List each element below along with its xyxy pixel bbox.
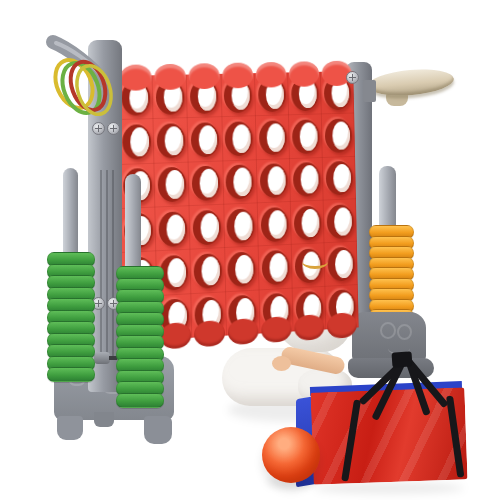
board-cell	[155, 206, 190, 252]
post-grooves	[96, 170, 114, 360]
emboss-circle	[380, 322, 396, 339]
board-cell	[256, 159, 290, 204]
empty-slot	[261, 250, 289, 286]
fold-hinge	[94, 352, 110, 364]
empty-slot	[325, 118, 353, 153]
board-scallop	[194, 320, 225, 348]
empty-slot	[292, 119, 320, 154]
empty-slot	[259, 163, 287, 198]
emboss-circle	[397, 324, 412, 340]
carry-bag	[288, 344, 484, 496]
product-photo-scene	[0, 0, 500, 500]
board-cell	[290, 158, 324, 202]
board-scallop	[159, 322, 191, 350]
empty-slot	[325, 161, 353, 196]
empty-slot	[194, 253, 223, 289]
board-scallop	[119, 64, 151, 91]
board-cell	[223, 160, 257, 205]
green-ring-stack-left	[47, 252, 95, 382]
board-cell	[258, 245, 292, 290]
empty-slot	[226, 165, 254, 200]
board-cell	[323, 157, 356, 201]
empty-slot	[157, 123, 186, 159]
board-cell	[291, 201, 325, 246]
board-cell	[190, 205, 225, 250]
empty-slot	[260, 207, 288, 242]
board-cell	[323, 199, 356, 243]
hoop-bracket	[363, 80, 376, 102]
board-cell	[154, 118, 189, 163]
empty-slot	[293, 162, 321, 197]
empty-slot	[191, 122, 220, 157]
stacked-ring	[116, 393, 164, 408]
board-cell	[322, 114, 355, 158]
stacked-ring	[47, 367, 95, 382]
empty-slot	[122, 124, 151, 160]
board-cell	[257, 202, 291, 247]
empty-slot	[225, 121, 253, 156]
empty-slot	[258, 120, 286, 155]
green-ring-stack-right	[116, 266, 164, 408]
board-cell	[189, 161, 224, 206]
empty-slot	[159, 211, 188, 247]
board-cell	[155, 162, 190, 207]
necklace	[302, 254, 328, 269]
empty-slot	[228, 251, 256, 287]
empty-slot	[293, 205, 321, 240]
base-center-tab	[94, 412, 114, 427]
board-scallop	[228, 318, 259, 345]
ring-toss-hook	[38, 28, 122, 128]
screw-icon	[346, 71, 359, 84]
board-cell	[224, 203, 258, 248]
empty-slot	[192, 166, 221, 202]
board-cell	[222, 117, 257, 162]
empty-slot	[193, 209, 222, 245]
basketball-hoop	[367, 66, 455, 98]
board-cell	[191, 248, 226, 293]
bag-strap-handle	[392, 351, 413, 367]
board-cell	[188, 117, 223, 162]
orange-ball	[262, 427, 320, 483]
board-cell	[289, 115, 323, 159]
empty-slot	[227, 208, 255, 244]
empty-slot	[326, 204, 354, 239]
board-cell	[324, 242, 357, 287]
board-cell	[255, 116, 289, 160]
board-cell	[225, 247, 259, 292]
board-cell	[119, 119, 155, 164]
empty-slot	[327, 247, 355, 282]
empty-slot	[158, 167, 187, 203]
